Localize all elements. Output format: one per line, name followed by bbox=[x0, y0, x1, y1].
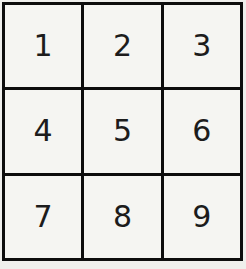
grid-cell-9[interactable]: 9 bbox=[164, 176, 240, 258]
grid-cell-5[interactable]: 5 bbox=[84, 90, 160, 172]
number-grid-board: 123456789 bbox=[2, 2, 243, 261]
grid-cell-7[interactable]: 7 bbox=[5, 176, 81, 258]
grid-cell-8[interactable]: 8 bbox=[84, 176, 160, 258]
grid-cell-1[interactable]: 1 bbox=[5, 5, 81, 87]
grid-cell-6[interactable]: 6 bbox=[164, 90, 240, 172]
grid-cell-3[interactable]: 3 bbox=[164, 5, 240, 87]
grid-cell-4[interactable]: 4 bbox=[5, 90, 81, 172]
grid-cell-2[interactable]: 2 bbox=[84, 5, 160, 87]
